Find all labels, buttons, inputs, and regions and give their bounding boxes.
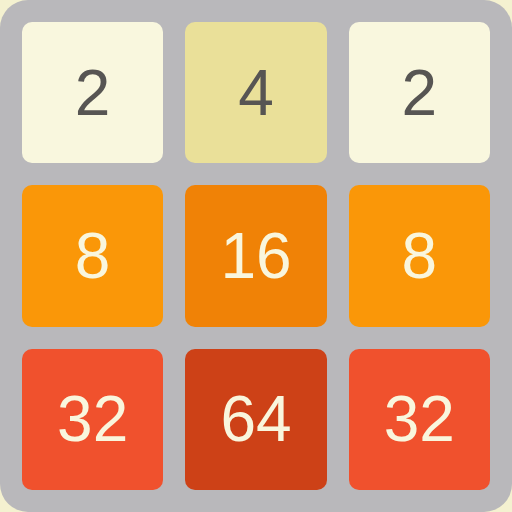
page-background: 2 4 2 8 16 8 32 64 32 (0, 0, 512, 512)
board[interactable]: 2 4 2 8 16 8 32 64 32 (0, 0, 512, 512)
tile-r0c2: 2 (349, 22, 490, 163)
tile-r2c1: 64 (185, 349, 326, 490)
tile-r1c1: 16 (185, 185, 326, 326)
tile-value: 2 (402, 61, 438, 125)
tile-value: 64 (220, 387, 291, 451)
tile-value: 8 (402, 224, 438, 288)
tile-value: 32 (57, 387, 128, 451)
tile-r2c2: 32 (349, 349, 490, 490)
tile-value: 2 (75, 61, 111, 125)
tile-r0c1: 4 (185, 22, 326, 163)
tile-value: 4 (238, 61, 274, 125)
tile-r2c0: 32 (22, 349, 163, 490)
tile-r1c0: 8 (22, 185, 163, 326)
tile-r1c2: 8 (349, 185, 490, 326)
tile-r0c0: 2 (22, 22, 163, 163)
tile-value: 8 (75, 224, 111, 288)
tile-value: 32 (384, 387, 455, 451)
tile-value: 16 (220, 224, 291, 288)
